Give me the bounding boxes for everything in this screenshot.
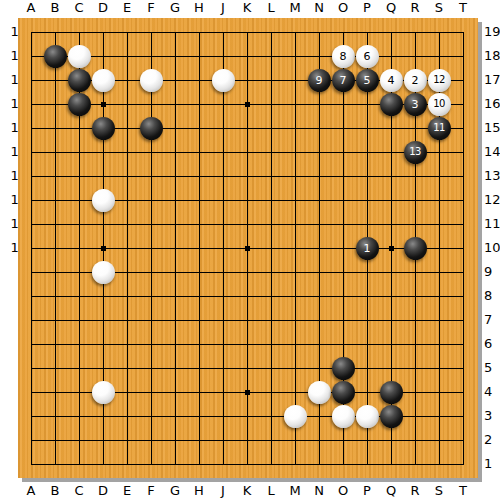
intersection-R17[interactable]: 2: [403, 68, 427, 92]
intersection-O18[interactable]: 8: [331, 44, 355, 68]
stone-white-P18: 6: [356, 45, 379, 68]
move-number-10: 10: [433, 99, 445, 109]
col-label-N: N: [307, 1, 331, 15]
intersection-Q16[interactable]: [379, 92, 403, 116]
col-label-O: O: [331, 484, 355, 498]
col-label-P: P: [355, 1, 379, 15]
stone-white-J17: [212, 69, 235, 92]
stone-black-N17: 9: [308, 69, 331, 92]
stone-white-D17: [92, 69, 115, 92]
intersection-P18[interactable]: 6: [355, 44, 379, 68]
intersection-C17[interactable]: [67, 68, 91, 92]
move-number-4: 4: [388, 75, 395, 86]
move-number-5: 5: [364, 75, 371, 86]
intersection-M3[interactable]: [283, 404, 307, 428]
stone-black-B18: [44, 45, 67, 68]
col-label-L: L: [259, 1, 283, 15]
row-label-7: 7: [484, 313, 500, 327]
stone-black-R10: [404, 237, 427, 260]
stone-black-Q3: [380, 405, 403, 428]
col-label-D: D: [91, 484, 115, 498]
stone-white-D9: [92, 261, 115, 284]
col-label-H: H: [187, 484, 211, 498]
col-label-K: K: [235, 484, 259, 498]
row-label-6: 6: [484, 337, 500, 351]
col-label-D: D: [91, 1, 115, 15]
intersection-D12[interactable]: [91, 188, 115, 212]
col-label-F: F: [139, 484, 163, 498]
stone-black-O4: [332, 381, 355, 404]
col-label-J: J: [211, 1, 235, 15]
row-label-13: 13: [484, 169, 500, 183]
intersection-S15[interactable]: 11: [427, 116, 451, 140]
stone-white-M3: [284, 405, 307, 428]
col-label-H: H: [187, 1, 211, 15]
row-label-12: 12: [484, 193, 500, 207]
col-label-R: R: [403, 1, 427, 15]
row-label-18: 18: [484, 49, 500, 63]
stone-white-C18: [68, 45, 91, 68]
intersection-Q4[interactable]: [379, 380, 403, 404]
intersection-B18[interactable]: [43, 44, 67, 68]
intersection-P10[interactable]: 1: [355, 236, 379, 260]
col-label-J: J: [211, 484, 235, 498]
col-label-S: S: [427, 1, 451, 15]
row-label-16: 16: [484, 97, 500, 111]
stone-black-P17: 5: [356, 69, 379, 92]
intersection-R16[interactable]: 3: [403, 92, 427, 116]
stone-black-D15: [92, 117, 115, 140]
row-label-11: 11: [484, 217, 500, 231]
row-label-10: 10: [484, 241, 500, 255]
move-number-6: 6: [364, 51, 371, 62]
row-label-1: 1: [484, 457, 500, 471]
col-label-F: F: [139, 1, 163, 15]
stone-black-O17: 7: [332, 69, 355, 92]
intersection-O17[interactable]: 7: [331, 68, 355, 92]
col-label-O: O: [331, 1, 355, 15]
row-label-19: 19: [484, 25, 500, 39]
stone-white-N4: [308, 381, 331, 404]
move-number-7: 7: [340, 75, 347, 86]
intersection-Q3[interactable]: [379, 404, 403, 428]
board-grid[interactable]: 86975421231011131: [19, 20, 475, 476]
col-label-K: K: [235, 1, 259, 15]
stone-white-O18: 8: [332, 45, 355, 68]
intersection-C18[interactable]: [67, 44, 91, 68]
stone-white-P3: [356, 405, 379, 428]
move-number-11: 11: [433, 123, 445, 133]
intersection-P3[interactable]: [355, 404, 379, 428]
col-label-E: E: [115, 1, 139, 15]
intersection-S17[interactable]: 12: [427, 68, 451, 92]
col-label-T: T: [451, 1, 475, 15]
stone-white-R17: 2: [404, 69, 427, 92]
stone-black-Q4: [380, 381, 403, 404]
col-label-Q: Q: [379, 1, 403, 15]
row-label-9: 9: [484, 265, 500, 279]
stone-black-C17: [68, 69, 91, 92]
stone-white-F17: [140, 69, 163, 92]
intersection-F15[interactable]: [139, 116, 163, 140]
stone-white-S16: 10: [428, 93, 451, 116]
intersection-F17[interactable]: [139, 68, 163, 92]
go-diagram: ABCDEFGHJKLMNOPQRST ABCDEFGHJKLMNOPQRST …: [0, 0, 500, 500]
col-label-L: L: [259, 484, 283, 498]
intersection-R14[interactable]: 13: [403, 140, 427, 164]
col-label-B: B: [43, 484, 67, 498]
move-number-13: 13: [409, 147, 421, 157]
row-label-8: 8: [484, 289, 500, 303]
stone-black-R14: 13: [404, 141, 427, 164]
move-number-2: 2: [412, 75, 419, 86]
intersection-D15[interactable]: [91, 116, 115, 140]
intersection-R10[interactable]: [403, 236, 427, 260]
intersection-J17[interactable]: [211, 68, 235, 92]
move-number-12: 12: [433, 75, 445, 85]
intersection-O4[interactable]: [331, 380, 355, 404]
intersection-D4[interactable]: [91, 380, 115, 404]
row-label-14: 14: [484, 145, 500, 159]
stone-white-D12: [92, 189, 115, 212]
col-label-N: N: [307, 484, 331, 498]
move-number-9: 9: [316, 75, 323, 86]
stone-white-Q17: 4: [380, 69, 403, 92]
stone-white-O3: [332, 405, 355, 428]
stone-black-S15: 11: [428, 117, 451, 140]
stone-black-R16: 3: [404, 93, 427, 116]
intersection-P17[interactable]: 5: [355, 68, 379, 92]
row-label-17: 17: [484, 73, 500, 87]
col-label-R: R: [403, 484, 427, 498]
move-number-8: 8: [340, 51, 347, 62]
stone-black-P10: 1: [356, 237, 379, 260]
intersection-Q17[interactable]: 4: [379, 68, 403, 92]
row-label-4: 4: [484, 385, 500, 399]
col-label-C: C: [67, 1, 91, 15]
intersection-O3[interactable]: [331, 404, 355, 428]
col-label-C: C: [67, 484, 91, 498]
intersection-C16[interactable]: [67, 92, 91, 116]
move-number-3: 3: [412, 99, 419, 110]
intersection-O5[interactable]: [331, 356, 355, 380]
stone-black-O5: [332, 357, 355, 380]
col-label-G: G: [163, 1, 187, 15]
col-label-E: E: [115, 484, 139, 498]
col-label-G: G: [163, 484, 187, 498]
row-label-5: 5: [484, 361, 500, 375]
intersection-N17[interactable]: 9: [307, 68, 331, 92]
intersection-D9[interactable]: [91, 260, 115, 284]
col-label-T: T: [451, 484, 475, 498]
col-label-Q: Q: [379, 484, 403, 498]
intersection-N4[interactable]: [307, 380, 331, 404]
intersection-D17[interactable]: [91, 68, 115, 92]
stone-white-D4: [92, 381, 115, 404]
move-number-1: 1: [364, 243, 371, 254]
col-label-M: M: [283, 1, 307, 15]
stone-white-S17: 12: [428, 69, 451, 92]
intersection-S16[interactable]: 10: [427, 92, 451, 116]
col-label-A: A: [19, 484, 43, 498]
col-label-M: M: [283, 484, 307, 498]
col-label-S: S: [427, 484, 451, 498]
stone-black-F15: [140, 117, 163, 140]
col-label-P: P: [355, 484, 379, 498]
stone-black-C16: [68, 93, 91, 116]
col-label-A: A: [19, 1, 43, 15]
row-label-3: 3: [484, 409, 500, 423]
row-label-2: 2: [484, 433, 500, 447]
stone-black-Q16: [380, 93, 403, 116]
col-label-B: B: [43, 1, 67, 15]
row-label-15: 15: [484, 121, 500, 135]
